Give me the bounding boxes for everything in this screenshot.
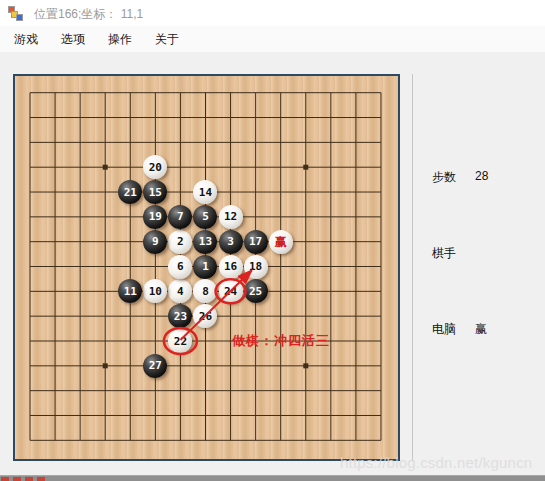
stat-player: 棋手 <box>432 245 475 262</box>
stones-layer: 1234567891011121314151617181920212223242… <box>15 76 398 459</box>
stone-5-black[interactable]: 5 <box>193 205 217 229</box>
gomoku-board[interactable]: 1234567891011121314151617181920212223242… <box>13 74 400 461</box>
computer-label: 电脑 <box>432 321 456 338</box>
red-dash <box>1 477 9 481</box>
menu-item-game[interactable]: 游戏 <box>13 29 39 50</box>
player-label: 棋手 <box>432 245 456 262</box>
stone-3-black[interactable]: 3 <box>219 230 243 254</box>
stone-25-black[interactable]: 25 <box>244 279 268 303</box>
titlebar: 位置166;坐标： 11,1 <box>0 0 545 26</box>
stone-6-white[interactable]: 6 <box>168 255 192 279</box>
stone-18-white[interactable]: 18 <box>244 255 268 279</box>
stone-23-black[interactable]: 23 <box>168 304 192 328</box>
stone-27-black[interactable]: 27 <box>143 354 167 378</box>
stone-8-white[interactable]: 8 <box>193 279 217 303</box>
window-title: 位置166;坐标： 11,1 <box>34 6 143 23</box>
menu-item-options[interactable]: 选项 <box>60 29 86 50</box>
stone-11-black[interactable]: 11 <box>118 279 142 303</box>
stone-16-white[interactable]: 16 <box>219 255 243 279</box>
stone-1-black[interactable]: 1 <box>193 255 217 279</box>
menu-item-about[interactable]: 关于 <box>154 29 180 50</box>
csdn-watermark: https://blog.csdn.net/kguncn <box>340 454 545 471</box>
stone-20-white[interactable]: 20 <box>143 155 167 179</box>
stone-19-black[interactable]: 19 <box>143 205 167 229</box>
win-marker-stone[interactable]: 赢 <box>269 230 293 254</box>
stone-15-black[interactable]: 15 <box>143 180 167 204</box>
stone-9-black[interactable]: 9 <box>143 230 167 254</box>
red-dash <box>13 477 21 481</box>
steps-value: 28 <box>475 169 488 186</box>
info-sidebar: 步数 28 棋手 电脑 赢 <box>412 74 545 461</box>
stone-7-black[interactable]: 7 <box>168 205 192 229</box>
stone-17-black[interactable]: 17 <box>244 230 268 254</box>
menubar: 游戏 选项 操作 关于 <box>0 26 545 52</box>
stone-2-white[interactable]: 2 <box>168 230 192 254</box>
computer-result: 赢 <box>475 321 487 338</box>
stone-14-white[interactable]: 14 <box>193 180 217 204</box>
stone-10-white[interactable]: 10 <box>143 279 167 303</box>
stone-4-white[interactable]: 4 <box>168 279 192 303</box>
stone-13-black[interactable]: 13 <box>193 230 217 254</box>
menu-item-actions[interactable]: 操作 <box>107 29 133 50</box>
stat-computer: 电脑 赢 <box>432 321 487 338</box>
background-window-edge <box>0 475 545 481</box>
stone-24-white[interactable]: 24 <box>219 279 243 303</box>
stat-steps: 步数 28 <box>432 169 488 186</box>
app-window-icon <box>8 6 23 21</box>
steps-label: 步数 <box>432 169 456 186</box>
stone-12-white[interactable]: 12 <box>219 205 243 229</box>
stone-21-black[interactable]: 21 <box>118 180 142 204</box>
window-content: 1234567891011121314151617181920212223242… <box>0 52 545 481</box>
red-dash <box>25 477 33 481</box>
red-dash <box>37 477 45 481</box>
stone-26-white[interactable]: 26 <box>193 304 217 328</box>
stone-22-white[interactable]: 22 <box>168 329 192 353</box>
